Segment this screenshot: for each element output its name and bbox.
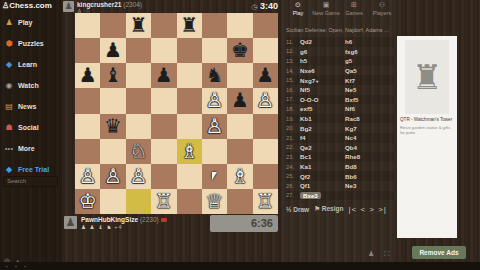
square-h2[interactable] <box>253 164 278 189</box>
square-h8[interactable] <box>253 13 278 38</box>
white-move[interactable]: Nxg7+ <box>300 77 345 84</box>
ad-headline: QTR - Watchman's Tower <box>400 117 454 123</box>
draw-button[interactable]: ½ Draw <box>286 206 309 213</box>
move-number: 13. <box>286 58 300 64</box>
top-player-clock: ◷ 3:40 <box>228 1 278 11</box>
sidebar-item-label: More <box>18 145 35 152</box>
white-move[interactable]: Kb1 <box>300 115 345 122</box>
bottom-player-avatar[interactable]: ♟ <box>64 216 77 229</box>
move-number: 18. <box>286 106 300 112</box>
piece-black-pawn-h6[interactable]: ♟ <box>253 63 278 88</box>
square-h7[interactable] <box>253 38 278 63</box>
piece-black-bishop-b6[interactable]: ♝ <box>100 63 125 88</box>
square-d3[interactable] <box>151 139 176 164</box>
sidebar-item-learn[interactable]: ◆Learn <box>4 56 62 72</box>
black-move[interactable]: Kg7 <box>345 125 390 132</box>
move-row: 25.Qf2Bb6 <box>286 171 394 181</box>
move-row: 16.Nf5Ne5 <box>286 85 394 95</box>
square-a6[interactable]: ♟ <box>75 63 100 88</box>
tab-games[interactable]: ⊞Games <box>340 1 368 24</box>
move-number: 14. <box>286 68 300 74</box>
panel-footer-icons[interactable]: ♟ ⛶ <box>368 250 393 258</box>
top-player-avatar[interactable]: ♟ <box>63 1 74 12</box>
piece-white-pawn-a2[interactable]: ♙ <box>75 164 100 189</box>
play-icon: ♟ <box>4 18 14 27</box>
resign-button[interactable]: ⚑ Resign <box>314 205 343 213</box>
tab-label: Players <box>368 10 396 16</box>
piece-white-bishop-g2[interactable]: ♗ <box>227 164 252 189</box>
square-g5[interactable]: ♟ <box>227 88 252 113</box>
piece-white-pawn-f5[interactable]: ♙ <box>202 88 227 113</box>
move-list: 11.Qd2h612.g6fxg613.h5g514.Nxe6Qa515.Nxg… <box>286 37 394 200</box>
bottom-player-name[interactable]: PawnHubKingSize (2230) <box>81 216 167 223</box>
piece-white-rook-h1[interactable]: ♖ <box>253 189 278 214</box>
black-move[interactable]: Ne5 <box>345 86 390 93</box>
piece-black-pawn-b7[interactable]: ♟ <box>100 38 125 63</box>
square-d7[interactable] <box>151 38 176 63</box>
piece-white-pawn-f4[interactable]: ♙ <box>202 114 227 139</box>
black-move[interactable]: Nf6 <box>345 105 390 112</box>
chess-board: ♜♜♟♚♟♝♟♞♟♙♟♙♛♙♘♗♙♙♙♗♔♖♕♖ <box>75 13 278 214</box>
sidebar-item-label: Free Trial <box>18 166 49 173</box>
piece-white-bishop-e3[interactable]: ♗ <box>177 139 202 164</box>
sidebar-item-news[interactable]: ▤News <box>4 98 62 114</box>
white-move[interactable]: Qf1 <box>300 182 345 189</box>
move-number: 25. <box>286 173 300 179</box>
move-row: 18.exf5Nf6 <box>286 104 394 114</box>
square-g6[interactable] <box>227 63 252 88</box>
watch-icon: ◉ <box>4 81 14 90</box>
player-flag-icon <box>161 218 167 222</box>
white-move[interactable]: exf5 <box>300 105 345 112</box>
sidebar-item-label: News <box>18 103 36 110</box>
sidebar-item-watch[interactable]: ◉Watch <box>4 77 62 93</box>
bottom-player-captured-pieces: ♟ ♟ ♝ ♞+4 <box>81 224 123 230</box>
play-tab-icon: ⊙ <box>284 1 312 9</box>
black-move[interactable]: Rac8 <box>345 115 390 122</box>
white-move[interactable]: Bc1 <box>300 153 345 160</box>
move-row: 15.Nxg7+Kf7 <box>286 75 394 85</box>
white-move[interactable]: Bg2 <box>300 125 345 132</box>
piece-white-king-a1[interactable]: ♔ <box>75 189 100 214</box>
new-game-icon: ▣ <box>312 1 340 9</box>
sidebar-item-social[interactable]: ☗Social <box>4 119 62 135</box>
sidebar-item-puzzles[interactable]: ⬢Puzzles <box>4 35 62 51</box>
white-move[interactable]: Ka1 <box>300 163 345 170</box>
rook-tower-image: ♜ <box>412 57 442 97</box>
black-move[interactable]: Rhe8 <box>345 153 390 160</box>
move-number: 24. <box>286 164 300 170</box>
ad-image: ♜ <box>405 40 449 114</box>
move-row: 14.Nxe6Qa5 <box>286 66 394 76</box>
white-move[interactable]: Nf5 <box>300 86 345 93</box>
square-h3[interactable] <box>253 139 278 164</box>
tab-play[interactable]: ⊙Play <box>284 1 312 24</box>
chesscom-logo[interactable]: ♙Chess.com <box>2 1 52 10</box>
more-icon: ••• <box>4 144 14 153</box>
piece-white-queen-f1[interactable]: ♕ <box>202 189 227 214</box>
square-e8[interactable]: ♜ <box>177 13 202 38</box>
puzzles-icon: ⬢ <box>4 39 14 48</box>
sidebar-item-label: Watch <box>18 82 39 89</box>
square-e4[interactable] <box>177 114 202 139</box>
black-move[interactable]: Ne3 <box>345 182 390 189</box>
square-a4[interactable] <box>75 114 100 139</box>
square-h6[interactable]: ♟ <box>253 63 278 88</box>
piece-white-pawn-h5[interactable]: ♙ <box>253 88 278 113</box>
black-move[interactable]: Nc4 <box>345 134 390 141</box>
square-g1[interactable] <box>227 189 252 214</box>
piece-black-queen-b4[interactable]: ♛ <box>100 114 125 139</box>
move-row: 27.Bxe3 <box>286 191 394 201</box>
square-c6[interactable] <box>126 63 151 88</box>
white-move[interactable]: Bxe3 <box>300 192 345 199</box>
move-number: 22. <box>286 144 300 150</box>
piece-black-pawn-a6[interactable]: ♟ <box>75 63 100 88</box>
move-number: 27. <box>286 192 300 198</box>
material-advantage: +4 <box>114 224 122 230</box>
square-g7[interactable]: ♚ <box>227 38 252 63</box>
white-move[interactable]: O-O-O <box>300 96 345 103</box>
news-icon: ▤ <box>4 102 14 111</box>
move-number: 20. <box>286 125 300 131</box>
square-f3[interactable] <box>202 139 227 164</box>
move-row: 24.Ka1Bd8 <box>286 162 394 172</box>
sidebar-item-label: Learn <box>18 61 37 68</box>
square-g3[interactable] <box>227 139 252 164</box>
square-h5[interactable]: ♙ <box>253 88 278 113</box>
move-nav-buttons[interactable]: |< < > >| <box>348 205 387 214</box>
white-move[interactable]: f4 <box>300 134 345 141</box>
move-row: 21.f4Nc4 <box>286 133 394 143</box>
white-move[interactable]: Qe2 <box>300 144 345 151</box>
sidebar-item-label: Social <box>18 124 39 131</box>
square-a1[interactable]: ♔ <box>75 189 100 214</box>
piece-white-pawn-b2[interactable]: ♙ <box>100 164 125 189</box>
square-c3[interactable]: ♘ <box>126 139 151 164</box>
tab-label: New Game <box>312 10 340 16</box>
square-g8[interactable] <box>227 13 252 38</box>
move-row: 12.g6fxg6 <box>286 47 394 57</box>
piece-white-pawn-c2[interactable]: ♙ <box>126 164 151 189</box>
remove-ads-button[interactable]: Remove Ads <box>412 246 466 259</box>
piece-black-rook-c8[interactable]: ♜ <box>126 13 151 38</box>
square-c8[interactable]: ♜ <box>126 13 151 38</box>
learn-icon: ◆ <box>4 60 14 69</box>
square-e3[interactable]: ♗ <box>177 139 202 164</box>
sidebar-item-play[interactable]: ♟Play <box>4 14 62 30</box>
move-number: 16. <box>286 87 300 93</box>
white-move[interactable]: g6 <box>300 48 345 55</box>
search-input[interactable]: Search <box>3 176 58 187</box>
square-f5[interactable]: ♙ <box>202 88 227 113</box>
square-b3[interactable] <box>100 139 125 164</box>
move-row: 17.O-O-OBxf5 <box>286 95 394 105</box>
black-move[interactable]: Bd8 <box>345 163 390 170</box>
white-move[interactable]: Nxe6 <box>300 67 345 74</box>
piece-black-king-g7[interactable]: ♚ <box>227 38 252 63</box>
opening-name[interactable]: Sicilian Defense: Open, Najdorf, Adams .… <box>286 27 394 33</box>
square-f7[interactable] <box>202 38 227 63</box>
square-c5[interactable] <box>126 88 151 113</box>
move-number: 11. <box>286 39 300 45</box>
tab-label: Play <box>284 10 312 16</box>
square-h1[interactable]: ♖ <box>253 189 278 214</box>
black-move[interactable]: Qa5 <box>345 67 390 74</box>
square-g4[interactable] <box>227 114 252 139</box>
square-f4[interactable]: ♙ <box>202 114 227 139</box>
square-b8[interactable] <box>100 13 125 38</box>
square-d5[interactable] <box>151 88 176 113</box>
square-f1[interactable]: ♕ <box>202 189 227 214</box>
game-controls: ½ Draw ⚑ Resign |< < > >| <box>286 203 396 215</box>
mouse-cursor <box>212 172 217 180</box>
square-a2[interactable]: ♙ <box>75 164 100 189</box>
panel-tabs: ⊙Play▣New Game⊞Games⚇Players <box>284 1 396 24</box>
sidebar-item-label: Play <box>18 19 32 26</box>
square-d6[interactable]: ♟ <box>151 63 176 88</box>
sidebar-item-more[interactable]: •••More <box>4 140 62 156</box>
square-f6[interactable]: ♞ <box>202 63 227 88</box>
move-number: 17. <box>286 96 300 102</box>
ad-subtext: Resin garden statue & gifts for patio <box>400 125 454 136</box>
games-icon: ⊞ <box>340 1 368 9</box>
piece-white-knight-c3[interactable]: ♘ <box>126 139 151 164</box>
move-number: 12. <box>286 48 300 54</box>
square-c7[interactable] <box>126 38 151 63</box>
square-c2[interactable]: ♙ <box>126 164 151 189</box>
square-c4[interactable] <box>126 114 151 139</box>
move-number: 23. <box>286 154 300 160</box>
tab-new-game[interactable]: ▣New Game <box>312 1 340 24</box>
square-b7[interactable]: ♟ <box>100 38 125 63</box>
top-player-rating: (2304) <box>123 1 142 8</box>
square-g2[interactable]: ♗ <box>227 164 252 189</box>
square-e1[interactable] <box>177 189 202 214</box>
top-player-name[interactable]: kingcrusher21 (2304) <box>77 1 142 8</box>
diamond-icon: ◆ <box>4 165 14 174</box>
players-icon: ⚇ <box>368 1 396 9</box>
tab-label: Games <box>340 10 368 16</box>
square-d8[interactable] <box>151 13 176 38</box>
piece-white-rook-d1[interactable]: ♖ <box>151 189 176 214</box>
square-f8[interactable] <box>202 13 227 38</box>
clock-icon: ◷ <box>251 3 257 10</box>
piece-black-pawn-g5[interactable]: ♟ <box>227 88 252 113</box>
move-row: 26.Qf1Ne3 <box>286 181 394 191</box>
black-move[interactable]: h6 <box>345 38 390 45</box>
advertisement[interactable]: ♜ QTR - Watchman's Tower Resin garden st… <box>397 36 457 238</box>
square-b6[interactable]: ♝ <box>100 63 125 88</box>
black-move[interactable]: Qb4 <box>345 144 390 151</box>
square-b1[interactable] <box>100 189 125 214</box>
square-a3[interactable] <box>75 139 100 164</box>
square-h4[interactable] <box>253 114 278 139</box>
white-move[interactable]: Qf2 <box>300 173 345 180</box>
move-row: 22.Qe2Qb4 <box>286 143 394 153</box>
black-move[interactable]: g5 <box>345 57 390 64</box>
square-a7[interactable] <box>75 38 100 63</box>
move-number: 19. <box>286 116 300 122</box>
square-b4[interactable]: ♛ <box>100 114 125 139</box>
square-b2[interactable]: ♙ <box>100 164 125 189</box>
bottom-player-rating: (2230) <box>140 216 159 223</box>
piece-black-pawn-d6[interactable]: ♟ <box>151 63 176 88</box>
white-move[interactable]: h5 <box>300 57 345 64</box>
black-move[interactable]: Bxf5 <box>345 96 390 103</box>
piece-black-rook-e8[interactable]: ♜ <box>177 13 202 38</box>
square-b5[interactable] <box>100 88 125 113</box>
tab-players[interactable]: ⚇Players <box>368 1 396 24</box>
square-e2[interactable] <box>177 164 202 189</box>
square-d4[interactable] <box>151 114 176 139</box>
square-c1[interactable] <box>126 189 151 214</box>
sidebar-item-free-trial[interactable]: ◆Free Trial <box>4 161 62 177</box>
move-row: 13.h5g5 <box>286 56 394 66</box>
black-move[interactable]: Kf7 <box>345 77 390 84</box>
move-number: 21. <box>286 135 300 141</box>
bottom-player-clock: 6:36 <box>210 215 278 232</box>
bottom-status-bar <box>0 262 480 270</box>
bottom-bar-icons[interactable]: ▪ ▪ ▪ <box>6 263 29 269</box>
square-d2[interactable] <box>151 164 176 189</box>
sidebar-item-label: Puzzles <box>18 40 44 47</box>
black-move[interactable]: fxg6 <box>345 48 390 55</box>
square-d1[interactable]: ♖ <box>151 189 176 214</box>
square-a8[interactable] <box>75 13 100 38</box>
white-move[interactable]: Qd2 <box>300 38 345 45</box>
square-e7[interactable] <box>177 38 202 63</box>
square-e5[interactable] <box>177 88 202 113</box>
move-row: 23.Bc1Rhe8 <box>286 152 394 162</box>
piece-black-knight-f6[interactable]: ♞ <box>202 63 227 88</box>
move-row: 20.Bg2Kg7 <box>286 123 394 133</box>
square-e6[interactable] <box>177 63 202 88</box>
move-row: 11.Qd2h6 <box>286 37 394 47</box>
move-number: 26. <box>286 183 300 189</box>
move-row: 19.Kb1Rac8 <box>286 114 394 124</box>
black-move[interactable]: Bb6 <box>345 173 390 180</box>
move-number: 15. <box>286 77 300 83</box>
social-icon: ☗ <box>4 123 14 132</box>
square-a5[interactable] <box>75 88 100 113</box>
